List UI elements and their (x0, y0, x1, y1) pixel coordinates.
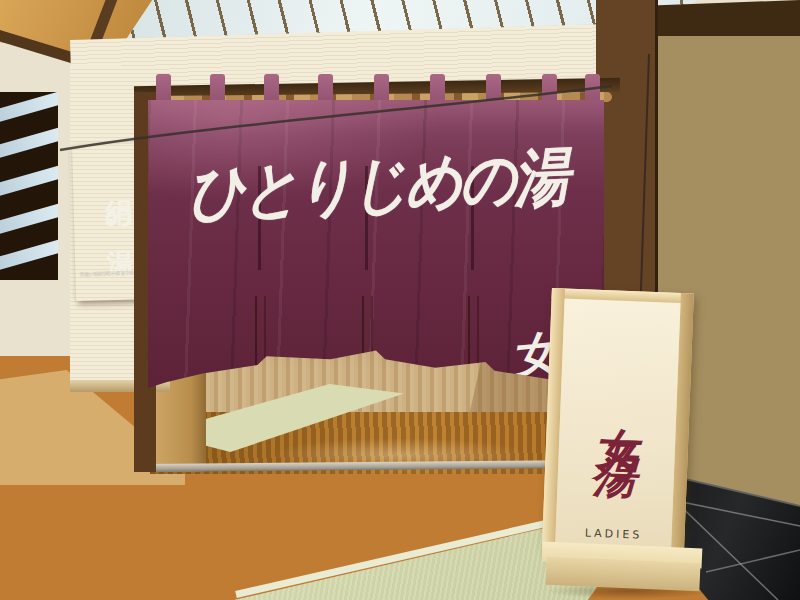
bathhouse-entrance-photo: 絹の湯 「絹の湯」大浴場 女性: 午前5時〜深夜1時 男性: 午前5時〜午前0時… (0, 0, 800, 600)
standing-sign-ladies-bath: 女乃湯 LADIES (542, 288, 694, 555)
noren-curtain: ひとりじめの湯 女 (148, 74, 604, 388)
curtain-slit (255, 296, 266, 374)
glass-reflection-panel (0, 92, 58, 280)
curtain-body: ひとりじめの湯 女 (148, 100, 604, 388)
reflection-slat (0, 125, 58, 161)
reflection-slat (0, 92, 58, 124)
reflection-slat (0, 163, 58, 199)
curtain-slit (362, 296, 373, 374)
reflection-slat (0, 237, 58, 273)
sign-subtitle: LADIES (555, 525, 671, 542)
reflection-slat (0, 201, 58, 237)
sign-title: 女乃湯 (556, 314, 679, 514)
wall-sign-line-3: 男性: 午前5時〜午前0時 (79, 269, 134, 279)
sign-face: 女乃湯 LADIES (555, 298, 681, 554)
noren-calligraphy: ひとりじめの湯 (186, 134, 581, 236)
curtain-slit (468, 296, 479, 374)
